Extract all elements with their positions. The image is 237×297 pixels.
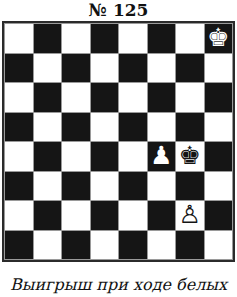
square-h8: ♚ <box>205 24 233 53</box>
square-f3 <box>148 172 176 201</box>
square-f5 <box>148 113 176 142</box>
square-e3 <box>119 172 147 201</box>
square-d2 <box>91 201 119 230</box>
square-c3 <box>62 172 90 201</box>
square-c7 <box>62 54 90 83</box>
square-h1 <box>205 231 233 260</box>
square-g3 <box>176 172 204 201</box>
square-g5 <box>176 113 204 142</box>
square-d5 <box>91 113 119 142</box>
chess-board: ♚♟♚♙ <box>5 24 232 259</box>
square-h7 <box>205 54 233 83</box>
square-f6 <box>148 83 176 112</box>
square-c8 <box>62 24 90 53</box>
square-d4 <box>91 142 119 171</box>
square-g7 <box>176 54 204 83</box>
square-f1 <box>148 231 176 260</box>
puzzle-caption: Выигрыш при ходе белых <box>10 275 227 294</box>
puzzle-page: № 125 ♚♟♚♙ Выигрыш при ходе белых <box>0 0 237 297</box>
square-c5 <box>62 113 90 142</box>
square-h3 <box>205 172 233 201</box>
black-king: ♚ <box>179 143 201 168</box>
square-b4 <box>34 142 62 171</box>
square-h6 <box>205 83 233 112</box>
square-a2 <box>5 201 33 230</box>
square-a5 <box>5 113 33 142</box>
square-c1 <box>62 231 90 260</box>
square-b2 <box>34 201 62 230</box>
square-c2 <box>62 201 90 230</box>
square-d8 <box>91 24 119 53</box>
square-h4 <box>205 142 233 171</box>
square-a6 <box>5 83 33 112</box>
square-h2 <box>205 201 233 230</box>
square-b1 <box>34 231 62 260</box>
square-e4 <box>119 142 147 171</box>
square-a3 <box>5 172 33 201</box>
square-g8 <box>176 24 204 53</box>
square-e1 <box>119 231 147 260</box>
square-e6 <box>119 83 147 112</box>
square-f2 <box>148 201 176 230</box>
square-d3 <box>91 172 119 201</box>
square-e5 <box>119 113 147 142</box>
square-f8 <box>148 24 176 53</box>
square-e8 <box>119 24 147 53</box>
square-d7 <box>91 54 119 83</box>
square-e7 <box>119 54 147 83</box>
chess-board-frame: ♚♟♚♙ <box>2 21 235 262</box>
square-a1 <box>5 231 33 260</box>
square-c4 <box>62 142 90 171</box>
square-f4: ♟ <box>148 142 176 171</box>
square-b7 <box>34 54 62 83</box>
square-h5 <box>205 113 233 142</box>
square-a8 <box>5 24 33 53</box>
square-e2 <box>119 201 147 230</box>
square-b8 <box>34 24 62 53</box>
square-a7 <box>5 54 33 83</box>
white-pawn: ♙ <box>179 202 201 227</box>
square-d6 <box>91 83 119 112</box>
white-king: ♚ <box>207 25 229 50</box>
square-b3 <box>34 172 62 201</box>
square-g4: ♚ <box>176 142 204 171</box>
square-g1 <box>176 231 204 260</box>
square-g6 <box>176 83 204 112</box>
square-f7 <box>148 54 176 83</box>
square-a4 <box>5 142 33 171</box>
square-b5 <box>34 113 62 142</box>
square-b6 <box>34 83 62 112</box>
square-d1 <box>91 231 119 260</box>
square-c6 <box>62 83 90 112</box>
white-pawn: ♟ <box>150 143 172 168</box>
puzzle-number: № 125 <box>89 0 149 21</box>
square-g2: ♙ <box>176 201 204 230</box>
